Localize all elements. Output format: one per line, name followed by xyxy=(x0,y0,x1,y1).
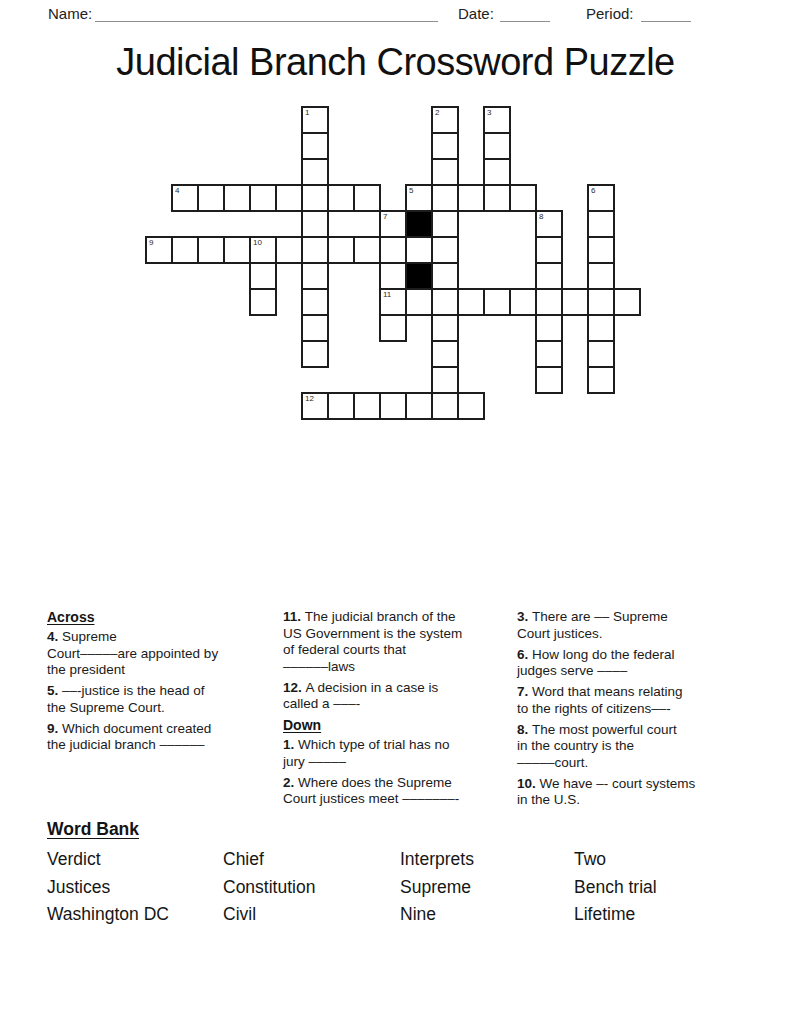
across-heading: Across xyxy=(47,609,283,625)
across-clues-group-1: 4. Supreme Court–––––are appointed by th… xyxy=(47,629,283,754)
grid-cell[interactable] xyxy=(535,314,563,342)
date-label: Date: xyxy=(458,5,494,22)
word-bank-item: Chief xyxy=(223,849,400,870)
grid-cell[interactable] xyxy=(431,262,459,290)
clue-9: 9. Which document created the judicial b… xyxy=(47,721,283,754)
clue-column-1: Across 4. Supreme Court–––––are appointe… xyxy=(47,609,283,813)
clue-number: 3. xyxy=(517,609,532,624)
cell-number: 9 xyxy=(149,238,153,247)
grid-cell[interactable] xyxy=(249,288,277,316)
grid-cell[interactable] xyxy=(483,184,511,212)
clue-text: The most powerful court in the country i… xyxy=(517,722,677,770)
clue-text: Supreme Court–––––are appointed by the p… xyxy=(47,629,218,677)
grid-cell[interactable] xyxy=(587,288,615,316)
clue-text: Where does the Supreme Court justices me… xyxy=(283,775,459,807)
black-cell xyxy=(405,210,433,238)
grid-cell[interactable] xyxy=(431,210,459,238)
clue-number: 9. xyxy=(47,721,62,736)
grid-cell[interactable] xyxy=(275,236,303,264)
word-bank-item: Verdict xyxy=(47,849,223,870)
grid-cell[interactable] xyxy=(379,262,407,290)
grid-cell[interactable] xyxy=(301,184,329,212)
cell-number: 10 xyxy=(253,238,262,247)
page-title: Judicial Branch Crossword Puzzle xyxy=(0,41,791,84)
word-bank-section: Word Bank VerdictChiefInterpretsTwoJusti… xyxy=(47,819,759,929)
grid-cell[interactable] xyxy=(275,184,303,212)
clue-text: A decision in a case is called a –––- xyxy=(283,680,438,712)
grid-cell[interactable] xyxy=(301,288,329,316)
grid-cell[interactable] xyxy=(301,158,329,186)
grid-cell[interactable] xyxy=(431,236,459,264)
clue-number: 2. xyxy=(283,775,298,790)
grid-cell[interactable]: 6 xyxy=(587,184,615,212)
down-heading: Down xyxy=(283,717,517,733)
grid-cell[interactable] xyxy=(353,236,381,264)
cell-number: 1 xyxy=(305,108,309,117)
period-label: Period: xyxy=(586,5,634,22)
grid-cell[interactable] xyxy=(561,288,589,316)
down-clues-group-2: 3. There are –– Supreme Court justices.6… xyxy=(517,609,759,809)
word-bank-item: Bench trial xyxy=(574,877,744,898)
cell-number: 11 xyxy=(383,290,391,299)
grid-cell[interactable] xyxy=(249,262,277,290)
clue-text: ––-justice is the head of the Supreme Co… xyxy=(47,683,205,715)
clue-number: 11. xyxy=(283,609,305,624)
grid-cell[interactable]: 1 xyxy=(301,106,329,134)
name-label: Name: xyxy=(48,5,92,22)
clue-11: 11. The judicial branch of the US Govern… xyxy=(283,609,517,675)
grid-cell[interactable] xyxy=(379,236,407,264)
grid-cell[interactable] xyxy=(353,184,381,212)
grid-cell[interactable] xyxy=(457,392,485,420)
word-bank-item: Washington DC xyxy=(47,904,223,925)
grid-cell[interactable] xyxy=(301,210,329,238)
cell-number: 8 xyxy=(539,212,543,221)
grid-cell[interactable] xyxy=(431,132,459,160)
word-bank-item: Two xyxy=(574,849,744,870)
name-input-line[interactable] xyxy=(95,21,438,22)
grid-cell[interactable] xyxy=(405,392,433,420)
clues-section: Across 4. Supreme Court–––––are appointe… xyxy=(47,609,759,813)
grid-cell[interactable] xyxy=(353,392,381,420)
clue-text: We have –- court systems in the U.S. xyxy=(517,776,695,808)
word-bank-item: Nine xyxy=(400,904,574,925)
clue-text: Which document created the judicial bran… xyxy=(47,721,211,753)
grid-cell[interactable] xyxy=(301,314,329,342)
cell-number: 5 xyxy=(409,186,413,195)
cell-number: 2 xyxy=(435,108,439,117)
grid-cell[interactable] xyxy=(431,158,459,186)
word-bank-item: Supreme xyxy=(400,877,574,898)
grid-cell[interactable] xyxy=(535,236,563,264)
grid-cell[interactable] xyxy=(587,314,615,342)
clue-number: 4. xyxy=(47,629,62,644)
grid-cell[interactable] xyxy=(587,210,615,238)
grid-cell[interactable]: 7 xyxy=(379,210,407,238)
clue-text: How long do the federal judges serve –––… xyxy=(517,647,675,679)
grid-cell[interactable]: 3 xyxy=(483,106,511,134)
clue-text: Word that means relating to the rights o… xyxy=(517,684,683,716)
clue-6: 6. How long do the federal judges serve … xyxy=(517,647,759,680)
grid-cell[interactable]: 9 xyxy=(145,236,173,264)
word-bank-item: Interprets xyxy=(400,849,574,870)
grid-cell[interactable] xyxy=(327,392,355,420)
clue-number: 1. xyxy=(283,737,298,752)
grid-cell[interactable] xyxy=(457,184,485,212)
clue-8: 8. The most powerful court in the countr… xyxy=(517,722,759,772)
clue-10: 10. We have –- court systems in the U.S. xyxy=(517,776,759,809)
word-bank-item: Civil xyxy=(223,904,400,925)
grid-cell[interactable] xyxy=(431,288,459,316)
clue-number: 6. xyxy=(517,647,532,662)
grid-cell[interactable]: 5 xyxy=(405,184,433,212)
cell-number: 12 xyxy=(305,394,314,403)
clue-text: Which type of trial has no jury ––––– xyxy=(283,737,450,769)
word-bank-item: Justices xyxy=(47,877,223,898)
grid-cell[interactable] xyxy=(535,340,563,368)
grid-cell[interactable] xyxy=(431,366,459,394)
clue-5: 5. ––-justice is the head of the Supreme… xyxy=(47,683,283,716)
grid-cell[interactable] xyxy=(483,132,511,160)
grid-cell[interactable] xyxy=(171,236,199,264)
word-bank-grid: VerdictChiefInterpretsTwoJusticesConstit… xyxy=(47,846,759,929)
grid-cell[interactable] xyxy=(535,288,563,316)
grid-cell[interactable] xyxy=(587,366,615,394)
grid-cell[interactable]: 11 xyxy=(379,288,407,316)
grid-cell[interactable] xyxy=(301,132,329,160)
grid-cell[interactable] xyxy=(301,236,329,264)
cell-number: 3 xyxy=(487,108,491,117)
grid-cell[interactable] xyxy=(249,184,277,212)
clue-column-3: 3. There are –– Supreme Court justices.6… xyxy=(517,609,759,813)
cell-number: 7 xyxy=(383,212,387,221)
grid-cell[interactable] xyxy=(223,184,251,212)
clue-number: 7. xyxy=(517,684,532,699)
clue-text: The judicial branch of the US Government… xyxy=(283,609,462,674)
grid-cell[interactable] xyxy=(483,288,511,316)
down-clues-group-1: 1. Which type of trial has no jury –––––… xyxy=(283,737,517,808)
grid-cell[interactable] xyxy=(431,392,459,420)
cell-number: 6 xyxy=(591,186,595,195)
clue-number: 12. xyxy=(283,680,306,695)
clue-3: 3. There are –– Supreme Court justices. xyxy=(517,609,759,642)
grid-cell[interactable] xyxy=(535,366,563,394)
grid-cell[interactable] xyxy=(301,340,329,368)
grid-cell[interactable] xyxy=(197,184,225,212)
grid-cell[interactable] xyxy=(405,288,433,316)
grid-cell[interactable] xyxy=(327,236,355,264)
grid-cell[interactable]: 10 xyxy=(249,236,277,264)
grid-cell[interactable]: 2 xyxy=(431,106,459,134)
clue-7: 7. Word that means relating to the right… xyxy=(517,684,759,717)
grid-cell[interactable] xyxy=(379,392,407,420)
grid-cell[interactable] xyxy=(457,288,485,316)
clue-1: 1. Which type of trial has no jury ––––– xyxy=(283,737,517,770)
word-bank-item: Constitution xyxy=(223,877,400,898)
grid-cell[interactable] xyxy=(327,184,355,212)
worksheet-page: Name: Date: Period: Judicial Branch Cros… xyxy=(0,0,791,1024)
grid-cell[interactable] xyxy=(301,262,329,290)
date-input-line[interactable] xyxy=(500,21,550,22)
grid-cell[interactable]: 12 xyxy=(301,392,329,420)
grid-cell[interactable] xyxy=(223,236,251,264)
grid-cell[interactable] xyxy=(431,184,459,212)
grid-cell[interactable] xyxy=(587,340,615,368)
black-cell xyxy=(405,262,433,290)
clue-number: 8. xyxy=(517,722,532,737)
grid-cell[interactable] xyxy=(431,340,459,368)
period-input-line[interactable] xyxy=(641,21,691,22)
grid-cell[interactable]: 8 xyxy=(535,210,563,238)
grid-cell[interactable]: 4 xyxy=(171,184,199,212)
grid-cell[interactable] xyxy=(483,158,511,186)
clue-column-2: 11. The judicial branch of the US Govern… xyxy=(283,609,517,813)
clue-text: There are –– Supreme Court justices. xyxy=(517,609,668,641)
word-bank-item: Lifetime xyxy=(574,904,744,925)
grid-cell[interactable] xyxy=(431,314,459,342)
grid-cell[interactable] xyxy=(197,236,225,264)
clue-12: 12. A decision in a case is called a –––… xyxy=(283,680,517,713)
clue-number: 10. xyxy=(517,776,540,791)
grid-cell[interactable] xyxy=(587,236,615,264)
grid-cell[interactable] xyxy=(535,262,563,290)
clue-4: 4. Supreme Court–––––are appointed by th… xyxy=(47,629,283,679)
word-bank-heading: Word Bank xyxy=(47,819,139,840)
grid-cell[interactable] xyxy=(379,314,407,342)
grid-cell[interactable] xyxy=(613,288,641,316)
clue-number: 5. xyxy=(47,683,62,698)
grid-cell[interactable] xyxy=(405,236,433,264)
grid-cell[interactable] xyxy=(509,288,537,316)
clue-2: 2. Where does the Supreme Court justices… xyxy=(283,775,517,808)
across-clues-group-2: 11. The judicial branch of the US Govern… xyxy=(283,609,517,713)
grid-cell[interactable] xyxy=(587,262,615,290)
grid-cell[interactable] xyxy=(509,184,537,212)
cell-number: 4 xyxy=(175,186,179,195)
crossword-grid: 123456789101112 xyxy=(146,107,643,422)
